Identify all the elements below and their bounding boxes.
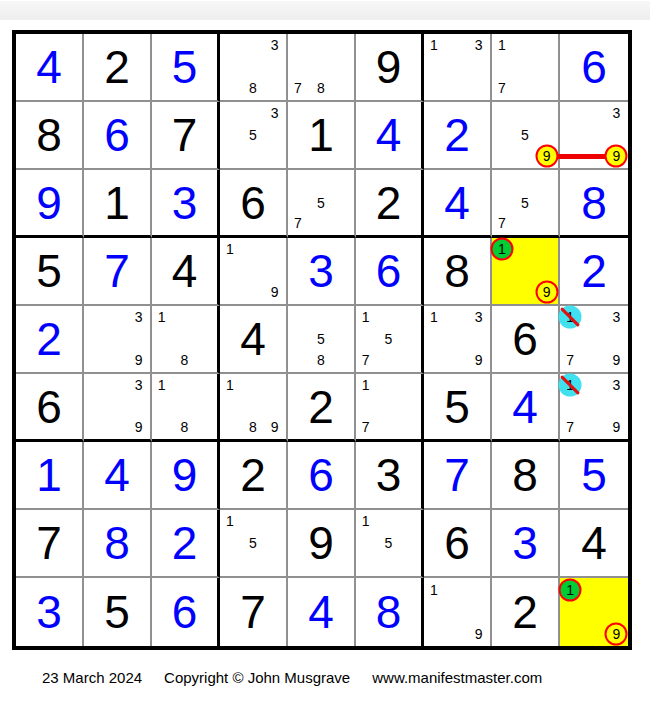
cell-r6c1[interactable]: 6: [16, 374, 84, 442]
window-top-bar: [0, 0, 650, 20]
cell-r2c9[interactable]: 39: [560, 102, 628, 170]
cell-r7c2[interactable]: 4: [84, 442, 152, 510]
cell-r7c3[interactable]: 9: [152, 442, 220, 510]
cell-r6c2[interactable]: 39: [84, 374, 152, 442]
pencil-mark: 1: [362, 378, 370, 392]
given-digit: 5: [16, 238, 82, 304]
solved-digit: 3: [288, 238, 354, 304]
given-digit: 2: [356, 170, 421, 235]
cell-r6c9[interactable]: 1379: [560, 374, 628, 442]
cell-r4c7[interactable]: 8: [424, 238, 492, 306]
cell-r9c1[interactable]: 3: [16, 578, 84, 646]
pencil-mark: 9: [475, 627, 483, 641]
solved-digit: 4: [84, 442, 150, 508]
solved-digit: 2: [152, 510, 217, 576]
pencil-mark: 5: [385, 536, 393, 550]
solved-digit: 9: [16, 170, 82, 235]
cell-r2c8[interactable]: 59: [492, 102, 560, 170]
pencil-mark: 1: [158, 378, 166, 392]
pencil-mark: 1: [566, 583, 574, 597]
given-digit: 4: [152, 238, 217, 304]
cell-r5c1[interactable]: 2: [16, 306, 84, 374]
solved-digit: 3: [152, 170, 217, 235]
cell-r6c6[interactable]: 17: [356, 374, 424, 442]
given-digit: 7: [16, 510, 82, 576]
pencil-mark: 7: [498, 216, 506, 230]
given-digit: 9: [288, 510, 354, 576]
cell-r4c5[interactable]: 3: [288, 238, 356, 306]
sudoku-board: 4253878913176867351425939913657245785741…: [12, 30, 632, 650]
cell-r3c4[interactable]: 6: [220, 170, 288, 238]
pencil-mark: 1: [226, 514, 234, 528]
pencil-mark: 9: [135, 420, 143, 434]
cell-r8c7[interactable]: 6: [424, 510, 492, 578]
pencil-mark: 9: [543, 285, 551, 299]
cell-r5c8[interactable]: 6: [492, 306, 560, 374]
given-digit: 5: [424, 374, 490, 439]
solved-digit: 8: [560, 170, 628, 235]
pencil-mark: 5: [249, 128, 257, 142]
cell-r2c1[interactable]: 8: [16, 102, 84, 170]
given-digit: 6: [220, 170, 286, 235]
given-digit: 2: [492, 578, 558, 646]
pencil-mark: 9: [135, 353, 143, 367]
solved-digit: 7: [84, 238, 150, 304]
pencil-mark: 5: [249, 536, 257, 550]
cell-r9c5[interactable]: 4: [288, 578, 356, 646]
pencil-mark: 1: [226, 378, 234, 392]
pencil-mark: 9: [271, 285, 279, 299]
footer: 23 March 2024 Copyright © John Musgrave …: [42, 669, 602, 689]
given-digit: 5: [84, 578, 150, 646]
pencil-mark: 1: [158, 310, 166, 324]
cell-r9c2[interactable]: 5: [84, 578, 152, 646]
given-digit: 2: [220, 442, 286, 508]
cell-r6c3[interactable]: 18: [152, 374, 220, 442]
footer-copyright: Copyright © John Musgrave: [164, 669, 350, 689]
given-digit: 1: [288, 102, 354, 168]
cell-r3c2[interactable]: 1: [84, 170, 152, 238]
cell-r2c5[interactable]: 1: [288, 102, 356, 170]
pencil-mark: 3: [475, 310, 483, 324]
cell-r8c3[interactable]: 2: [152, 510, 220, 578]
pencil-mark: 7: [362, 420, 370, 434]
pencil-mark: 9: [613, 627, 621, 641]
given-digit: 4: [220, 306, 286, 372]
given-digit: 3: [356, 442, 421, 508]
cell-r4c1[interactable]: 5: [16, 238, 84, 306]
cell-r2c3[interactable]: 7: [152, 102, 220, 170]
solved-digit: 3: [492, 510, 558, 576]
cell-r5c5[interactable]: 58: [288, 306, 356, 374]
pencil-mark: 5: [521, 196, 529, 210]
footer-date: 23 March 2024: [42, 669, 142, 689]
solved-digit: 6: [84, 102, 150, 168]
given-digit: 2: [84, 34, 150, 100]
pencil-mark: 9: [271, 420, 279, 434]
pencil-mark: 8: [181, 420, 189, 434]
cell-r1c3[interactable]: 5: [152, 34, 220, 102]
given-digit: 7: [152, 102, 217, 168]
cell-r2c2[interactable]: 6: [84, 102, 152, 170]
solved-digit: 5: [152, 34, 217, 100]
pencil-mark: 8: [249, 420, 257, 434]
pencil-mark: 7: [498, 81, 506, 95]
cell-r9c9[interactable]: 19: [560, 578, 628, 646]
cell-r1c7[interactable]: 13: [424, 34, 492, 102]
pencil-mark: 3: [135, 378, 143, 392]
cell-r2c4[interactable]: 35: [220, 102, 288, 170]
cell-r9c7[interactable]: 19: [424, 578, 492, 646]
given-digit: 8: [424, 238, 490, 304]
pencil-mark: 1: [498, 38, 506, 52]
cell-r3c3[interactable]: 3: [152, 170, 220, 238]
cell-r1c2[interactable]: 2: [84, 34, 152, 102]
cell-r1c9[interactable]: 6: [560, 34, 628, 102]
pencil-mark: 1: [362, 310, 370, 324]
pencil-mark: 3: [613, 378, 621, 392]
cell-r1c8[interactable]: 17: [492, 34, 560, 102]
solved-digit: 6: [288, 442, 354, 508]
pencil-mark: 8: [317, 353, 325, 367]
footer-website[interactable]: www.manifestmaster.com: [372, 669, 542, 689]
cell-r5c6[interactable]: 157: [356, 306, 424, 374]
cell-r6c4[interactable]: 189: [220, 374, 288, 442]
cell-r7c4[interactable]: 2: [220, 442, 288, 510]
cell-r4c9[interactable]: 2: [560, 238, 628, 306]
cell-r4c3[interactable]: 4: [152, 238, 220, 306]
solved-digit: 3: [16, 578, 82, 646]
solved-digit: 8: [84, 510, 150, 576]
pencil-mark: 9: [613, 420, 621, 434]
cell-r6c8[interactable]: 4: [492, 374, 560, 442]
cell-r5c9[interactable]: 1379: [560, 306, 628, 374]
cell-r5c3[interactable]: 18: [152, 306, 220, 374]
pencil-mark: 5: [385, 332, 393, 346]
solved-digit: 1: [16, 442, 82, 508]
given-digit: 1: [84, 170, 150, 235]
solved-digit: 9: [152, 442, 217, 508]
cell-r8c2[interactable]: 8: [84, 510, 152, 578]
solved-digit: 5: [560, 442, 628, 508]
pencil-mark: 1: [362, 514, 370, 528]
pencil-mark: 9: [613, 353, 621, 367]
given-digit: 2: [288, 374, 354, 439]
solved-digit: 2: [16, 306, 82, 372]
cell-r8c6[interactable]: 15: [356, 510, 424, 578]
cell-r8c8[interactable]: 3: [492, 510, 560, 578]
cell-r4c4[interactable]: 19: [220, 238, 288, 306]
solved-digit: 2: [560, 238, 628, 304]
cell-r3c7[interactable]: 4: [424, 170, 492, 238]
cell-r1c4[interactable]: 38: [220, 34, 288, 102]
cell-r3c1[interactable]: 9: [16, 170, 84, 238]
given-digit: 8: [492, 442, 558, 508]
solved-digit: 4: [356, 102, 421, 168]
cell-r1c6[interactable]: 9: [356, 34, 424, 102]
cell-r8c4[interactable]: 15: [220, 510, 288, 578]
cell-r5c4[interactable]: 4: [220, 306, 288, 374]
cell-r8c5[interactable]: 9: [288, 510, 356, 578]
cell-r7c8[interactable]: 8: [492, 442, 560, 510]
cell-r3c9[interactable]: 8: [560, 170, 628, 238]
given-digit: 7: [220, 578, 286, 646]
solved-digit: 4: [16, 34, 82, 100]
pencil-mark: 5: [317, 196, 325, 210]
pencil-mark: 3: [475, 38, 483, 52]
cell-r2c6[interactable]: 4: [356, 102, 424, 170]
cell-r4c2[interactable]: 7: [84, 238, 152, 306]
given-digit: 4: [560, 510, 628, 576]
cell-r9c8[interactable]: 2: [492, 578, 560, 646]
cell-r2c7[interactable]: 2: [424, 102, 492, 170]
pencil-mark: 7: [294, 216, 302, 230]
cell-r3c5[interactable]: 57: [288, 170, 356, 238]
pencil-mark: 9: [475, 353, 483, 367]
given-digit: 6: [492, 306, 558, 372]
solved-digit: 8: [356, 578, 421, 646]
cell-r9c3[interactable]: 6: [152, 578, 220, 646]
cell-r4c6[interactable]: 6: [356, 238, 424, 306]
pencil-mark: 8: [181, 353, 189, 367]
cell-r8c9[interactable]: 4: [560, 510, 628, 578]
solved-digit: 2: [424, 102, 490, 168]
pencil-mark: 1: [226, 242, 234, 256]
pencil-mark: 1: [430, 38, 438, 52]
given-digit: 8: [16, 102, 82, 168]
given-digit: 6: [16, 374, 82, 439]
pencil-mark: 3: [271, 106, 279, 120]
cell-r5c7[interactable]: 139: [424, 306, 492, 374]
pencil-mark: 3: [271, 38, 279, 52]
pencil-mark: 3: [135, 310, 143, 324]
solved-digit: 6: [356, 238, 421, 304]
cell-r5c2[interactable]: 39: [84, 306, 152, 374]
pencil-mark: 8: [249, 81, 257, 95]
pencil-mark: 7: [294, 81, 302, 95]
cell-r8c1[interactable]: 7: [16, 510, 84, 578]
pencil-mark: 7: [566, 420, 574, 434]
solved-digit: 4: [424, 170, 490, 235]
given-digit: 6: [424, 510, 490, 576]
pencil-mark: 7: [566, 353, 574, 367]
cell-r1c5[interactable]: 78: [288, 34, 356, 102]
cell-r7c1[interactable]: 1: [16, 442, 84, 510]
solved-digit: 6: [152, 578, 217, 646]
cell-r3c8[interactable]: 57: [492, 170, 560, 238]
solved-digit: 4: [492, 374, 558, 439]
cell-r6c7[interactable]: 5: [424, 374, 492, 442]
pencil-mark: 5: [317, 332, 325, 346]
cell-r1c1[interactable]: 4: [16, 34, 84, 102]
cell-r4c8[interactable]: 19: [492, 238, 560, 306]
pencil-mark: 3: [613, 106, 621, 120]
solved-digit: 7: [424, 442, 490, 508]
cell-r9c6[interactable]: 8: [356, 578, 424, 646]
cell-r3c6[interactable]: 2: [356, 170, 424, 238]
pencil-mark: 9: [543, 149, 551, 163]
cell-r7c7[interactable]: 7: [424, 442, 492, 510]
pencil-mark: 9: [613, 149, 621, 163]
cell-r6c5[interactable]: 2: [288, 374, 356, 442]
pencil-mark: 5: [521, 128, 529, 142]
cell-r7c9[interactable]: 5: [560, 442, 628, 510]
cell-r7c5[interactable]: 6: [288, 442, 356, 510]
pencil-mark: 1: [430, 310, 438, 324]
pencil-mark: 1: [498, 242, 506, 256]
pencil-mark: 1: [430, 583, 438, 597]
given-digit: 9: [356, 34, 421, 100]
solved-digit: 6: [560, 34, 628, 100]
solved-digit: 4: [288, 578, 354, 646]
pencil-mark: 3: [613, 310, 621, 324]
pencil-mark: 8: [317, 81, 325, 95]
pencil-mark: 7: [362, 353, 370, 367]
cell-r7c6[interactable]: 3: [356, 442, 424, 510]
cell-r9c4[interactable]: 7: [220, 578, 288, 646]
